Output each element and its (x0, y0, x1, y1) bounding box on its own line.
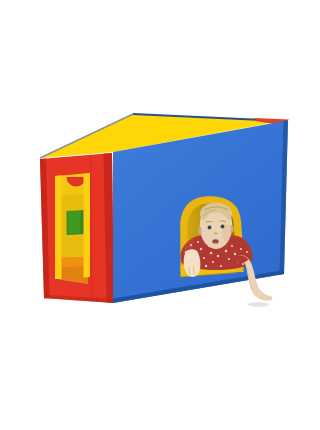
baby-nose (214, 232, 218, 235)
baby-left-hand-finger-line-2 (194, 266, 195, 275)
doorway-left-jamb (55, 176, 62, 279)
baby-left-hand (184, 249, 201, 277)
hand-ground-shadow (248, 302, 269, 307)
soft-play-cube-photo (0, 0, 320, 430)
baby-left-eye (208, 225, 212, 229)
baby-left-hand-shape (184, 249, 201, 277)
doorway-right-jamb (84, 173, 91, 277)
baby-lower-lip (214, 243, 218, 245)
product-photo (0, 0, 320, 430)
baby-right-eye (221, 224, 225, 228)
baby-left-hand-finger-line (189, 266, 190, 275)
doorway (55, 173, 90, 284)
